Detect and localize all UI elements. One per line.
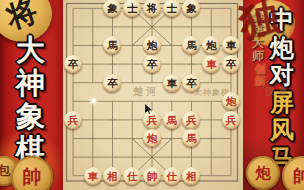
decor-piece-shuai-left-char: 帥 — [23, 164, 42, 190]
piece-red-advisor[interactable]: 仕 — [123, 167, 141, 185]
left-banner: 将 大 神 象 棋 包 帥 — [0, 0, 63, 190]
piece-black-advisor[interactable]: 士 — [163, 0, 181, 17]
piece-black-king[interactable]: 将 — [143, 0, 161, 17]
piece-red-elephant[interactable]: 相 — [103, 167, 121, 185]
piece-black-advisor[interactable]: 士 — [123, 0, 141, 17]
piece-red-cannon[interactable]: 炮 — [143, 129, 161, 147]
xiangqi-video-thumbnail: 楚河 大神象棋 汉界 象士将士象馬炮馬炮車卒卒車卒卒車卒炮兵兵馬兵兵炮馬車相仕帥… — [0, 0, 304, 190]
channel-title-char: 神 — [16, 67, 45, 100]
piece-red-cannon[interactable]: 炮 — [222, 92, 240, 110]
piece-black-elephant[interactable]: 象 — [182, 0, 200, 17]
piece-red-elephant[interactable]: 相 — [182, 167, 200, 185]
piece-black-chariot[interactable]: 車 — [222, 36, 240, 54]
decor-piece-shuai-left: 帥 — [11, 156, 53, 190]
piece-black-elephant[interactable]: 象 — [103, 0, 121, 17]
piece-black-pawn[interactable]: 卒 — [182, 74, 200, 92]
piece-red-chariot[interactable]: 車 — [202, 55, 220, 73]
subtitle-char: 师 — [252, 50, 264, 63]
decor-piece-pao-char: 炮 — [256, 164, 271, 183]
decor-piece-shuai-right-char: 帥 — [293, 164, 304, 188]
sparkle-highlight: ✦ — [89, 95, 98, 108]
piece-red-pawn[interactable]: 兵 — [143, 111, 161, 129]
channel-title-char: 象 — [16, 100, 45, 133]
piece-red-advisor[interactable]: 仕 — [163, 167, 181, 185]
piece-black-horse[interactable]: 馬 — [182, 36, 200, 54]
piece-red-chariot[interactable]: 車 — [84, 167, 102, 185]
brush-calligraphy-glyph: 独 — [235, 0, 282, 45]
piece-black-pawn[interactable]: 卒 — [143, 55, 161, 73]
piece-black-pawn[interactable]: 卒 — [64, 55, 82, 73]
piece-red-horse[interactable]: 馬 — [163, 111, 181, 129]
piece-red-pawn[interactable]: 兵 — [222, 111, 240, 129]
pieces-layer: 象士将士象馬炮馬炮車卒卒車卒卒車卒炮兵兵馬兵兵炮馬車相仕帥仕相 — [63, 0, 241, 185]
piece-black-cannon[interactable]: 炮 — [143, 36, 161, 54]
piece-red-pawn[interactable]: 兵 — [182, 111, 200, 129]
piece-red-horse[interactable]: 馬 — [182, 129, 200, 147]
river-right-label: 汉界 — [265, 85, 291, 99]
piece-black-chariot[interactable]: 車 — [163, 74, 181, 92]
piece-red-pawn[interactable]: 兵 — [64, 111, 82, 129]
piece-black-pawn[interactable]: 卒 — [103, 74, 121, 92]
decor-piece-bao-char: 包 — [0, 162, 11, 180]
piece-red-king[interactable]: 帥 — [143, 167, 161, 185]
channel-title-char: 大 — [16, 34, 45, 67]
piece-black-pawn[interactable]: 卒 — [222, 55, 240, 73]
channel-title: 大 神 象 棋 — [16, 34, 45, 166]
decor-piece-pao: 炮 — [246, 156, 280, 190]
piece-black-horse[interactable]: 馬 — [103, 36, 121, 54]
brush-calligraphy-char: 独 — [235, 0, 284, 50]
piece-black-cannon[interactable]: 炮 — [202, 36, 220, 54]
